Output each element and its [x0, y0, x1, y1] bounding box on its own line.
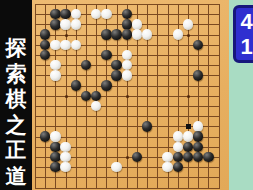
black-stone [122, 19, 132, 29]
black-stone [132, 152, 142, 162]
black-stone [111, 29, 121, 39]
banner-char: 探 [6, 36, 27, 62]
black-stone [40, 131, 50, 141]
grid-line [35, 106, 220, 107]
black-stone [50, 19, 60, 29]
black-stone [101, 29, 111, 39]
white-stone [162, 152, 172, 162]
white-stone [132, 29, 142, 39]
star-point [65, 95, 68, 98]
black-stone [71, 80, 81, 90]
black-stone [81, 91, 91, 101]
star-point [126, 95, 129, 98]
white-stone [91, 9, 101, 19]
white-stone [122, 60, 132, 70]
white-stone [71, 9, 81, 19]
banner-char: 正 [6, 138, 27, 164]
black-stone [40, 40, 50, 50]
black-stone [142, 121, 152, 131]
banner-char: 之 [6, 113, 27, 139]
black-stone [111, 70, 121, 80]
white-stone [122, 50, 132, 60]
grid-line [35, 177, 220, 178]
black-stone [101, 50, 111, 60]
move-marker-square [186, 124, 191, 129]
banner-char: 道 [6, 164, 27, 190]
black-stone [193, 40, 203, 50]
black-stone [111, 60, 121, 70]
white-stone [111, 162, 121, 172]
star-point [65, 34, 68, 37]
black-stone [193, 70, 203, 80]
black-stone [91, 91, 101, 101]
white-stone [173, 131, 183, 141]
black-stone [60, 9, 70, 19]
grid-line [35, 126, 220, 127]
side-banner: 探 索 棋 之 正 道 [0, 0, 32, 190]
star-point [187, 95, 190, 98]
black-stone [50, 9, 60, 19]
white-stone [132, 19, 142, 29]
black-stone [40, 50, 50, 60]
grid-line [157, 4, 158, 189]
banner-char: 棋 [6, 87, 27, 113]
black-stone [122, 29, 132, 39]
white-stone [60, 162, 70, 172]
star-point [187, 34, 190, 37]
white-stone [71, 19, 81, 29]
black-stone [193, 142, 203, 152]
black-stone [101, 80, 111, 90]
white-stone [173, 29, 183, 39]
black-stone [173, 152, 183, 162]
black-stone [193, 131, 203, 141]
black-stone [40, 29, 50, 39]
black-stone [81, 60, 91, 70]
white-stone [60, 152, 70, 162]
black-stone [122, 9, 132, 19]
app-window: 探 索 棋 之 正 道 4 1 [0, 0, 253, 190]
black-stone [50, 152, 60, 162]
white-stone [71, 40, 81, 50]
black-stone [173, 162, 183, 172]
white-stone [183, 19, 193, 29]
white-stone [173, 142, 183, 152]
white-stone [122, 70, 132, 80]
counter-box: 4 1 [233, 5, 253, 63]
counter-top-digit: 4 [240, 9, 252, 34]
white-stone [101, 9, 111, 19]
black-stone [50, 142, 60, 152]
white-stone [50, 131, 60, 141]
white-stone [193, 121, 203, 131]
white-stone [50, 70, 60, 80]
white-stone [162, 162, 172, 172]
grid-line [35, 116, 220, 117]
black-stone [183, 152, 193, 162]
grid-line [35, 188, 220, 189]
black-stone [203, 152, 213, 162]
star-point [126, 156, 129, 159]
go-board[interactable] [32, 0, 229, 190]
counter-bottom-digit: 1 [240, 34, 252, 59]
white-stone [91, 101, 101, 111]
white-stone [60, 40, 70, 50]
black-stone [193, 152, 203, 162]
grid-line [219, 4, 220, 189]
banner-char: 索 [6, 62, 27, 88]
black-stone [183, 142, 193, 152]
white-stone [50, 40, 60, 50]
white-stone [142, 29, 152, 39]
white-stone [50, 60, 60, 70]
white-stone [183, 131, 193, 141]
white-stone [60, 19, 70, 29]
white-stone [60, 142, 70, 152]
black-stone [50, 162, 60, 172]
